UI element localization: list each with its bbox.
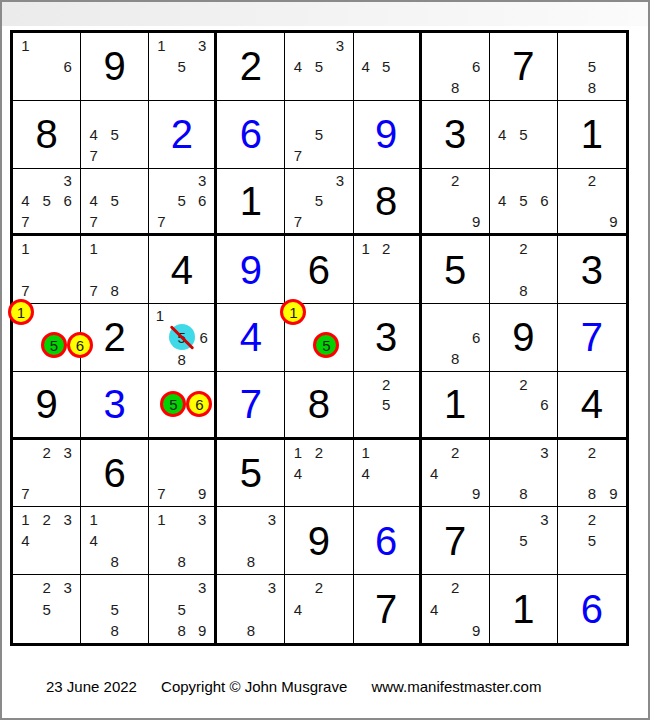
empty-candidate-slot bbox=[41, 358, 67, 369]
candidate-4[interactable]: 4 bbox=[287, 56, 308, 77]
cell-r7c3[interactable]: 79 bbox=[149, 440, 217, 508]
empty-candidate-slot bbox=[125, 598, 146, 619]
footer-website[interactable]: www.manifestmaster.com bbox=[371, 678, 541, 695]
cell-r4c1[interactable]: 17 bbox=[13, 236, 81, 304]
cell-r3c8[interactable]: 456 bbox=[490, 169, 558, 237]
candidate-9[interactable]: 9 bbox=[466, 620, 487, 641]
cell-r1c3[interactable]: 135 bbox=[149, 33, 217, 101]
empty-candidate-slot bbox=[67, 306, 93, 332]
cell-r5c5[interactable]: 15 bbox=[285, 304, 353, 372]
solved-digit: 6 bbox=[240, 114, 262, 154]
candidate-6-circled-yellow[interactable]: 6 bbox=[186, 391, 212, 417]
empty-candidate-slot bbox=[125, 259, 146, 280]
cell-r4c5[interactable]: 6 bbox=[285, 236, 353, 304]
cell-r3c5[interactable]: 357 bbox=[285, 169, 353, 237]
empty-candidate-slot bbox=[356, 484, 376, 505]
given-digit: 1 bbox=[240, 181, 262, 221]
candidate-3[interactable]: 3 bbox=[330, 35, 351, 56]
cell-r9c3[interactable]: 3589 bbox=[149, 575, 217, 643]
given-digit: 7 bbox=[444, 521, 466, 561]
candidate-8[interactable]: 8 bbox=[240, 620, 261, 641]
candidate-3[interactable]: 3 bbox=[261, 509, 282, 530]
cell-r8c6[interactable]: 6 bbox=[354, 507, 422, 575]
candidate-5-circled-green[interactable]: 5 bbox=[41, 332, 67, 358]
cell-r2c8[interactable]: 45 bbox=[490, 101, 558, 169]
cell-r1c6[interactable]: 45 bbox=[354, 33, 422, 101]
candidate-4[interactable]: 4 bbox=[15, 530, 36, 551]
candidate-5[interactable]: 5 bbox=[36, 598, 57, 619]
cell-r4c3[interactable]: 4 bbox=[149, 236, 217, 304]
empty-candidate-slot bbox=[36, 530, 57, 551]
candidate-1[interactable]: 1 bbox=[15, 238, 36, 259]
empty-candidate-slot bbox=[125, 211, 146, 231]
candidate-8[interactable]: 8 bbox=[445, 348, 466, 369]
cell-r8c1[interactable]: 1234 bbox=[13, 507, 81, 575]
cell-r4c2[interactable]: 178 bbox=[81, 236, 149, 304]
candidate-1[interactable]: 1 bbox=[287, 442, 308, 463]
candidate-8[interactable]: 8 bbox=[104, 551, 125, 572]
cell-r4c4[interactable]: 9 bbox=[217, 236, 285, 304]
empty-candidate-slot bbox=[287, 484, 308, 505]
empty-candidate-slot bbox=[151, 620, 171, 641]
candidate-6[interactable]: 6 bbox=[195, 324, 213, 350]
empty-candidate-slot bbox=[445, 191, 466, 211]
cell-r5c1[interactable]: 156 bbox=[13, 304, 81, 372]
empty-candidate-slot bbox=[36, 211, 57, 231]
empty-candidate-slot bbox=[396, 463, 416, 484]
cell-r3c1[interactable]: 34567 bbox=[13, 169, 81, 237]
candidate-8[interactable]: 8 bbox=[240, 551, 261, 572]
cell-r8c3[interactable]: 138 bbox=[149, 507, 217, 575]
candidate-4[interactable]: 4 bbox=[492, 124, 513, 145]
empty-candidate-slot bbox=[330, 598, 351, 619]
candidate-4[interactable]: 4 bbox=[287, 598, 308, 619]
cell-r8c9[interactable]: 25 bbox=[558, 507, 626, 575]
empty-candidate-slot bbox=[83, 598, 104, 619]
candidate-8[interactable]: 8 bbox=[169, 350, 195, 368]
candidate-5[interactable]: 5 bbox=[513, 530, 534, 551]
candidate-3[interactable]: 3 bbox=[57, 509, 78, 530]
empty-candidate-slot bbox=[534, 463, 555, 484]
empty-candidate-slot bbox=[195, 306, 213, 324]
cell-r6c1[interactable]: 9 bbox=[13, 372, 81, 440]
cell-r2c5[interactable]: 57 bbox=[285, 101, 353, 169]
empty-candidate-slot bbox=[534, 484, 555, 505]
cell-r6c3[interactable]: 56 bbox=[149, 372, 217, 440]
cell-r6c6[interactable]: 25 bbox=[354, 372, 422, 440]
pencil-marks: 34567 bbox=[15, 171, 78, 232]
cell-r9c7[interactable]: 249 bbox=[422, 575, 490, 643]
empty-candidate-slot bbox=[581, 551, 602, 572]
pencil-marks: 38 bbox=[492, 442, 555, 505]
candidate-4[interactable]: 4 bbox=[83, 191, 104, 211]
candidate-2[interactable]: 2 bbox=[36, 442, 57, 463]
empty-candidate-slot bbox=[376, 280, 396, 301]
candidate-3[interactable]: 3 bbox=[192, 577, 212, 598]
empty-candidate-slot bbox=[192, 598, 212, 619]
empty-candidate-slot bbox=[396, 238, 416, 259]
candidate-7[interactable]: 7 bbox=[151, 484, 171, 505]
cell-r7c5[interactable]: 124 bbox=[285, 440, 353, 508]
candidate-5[interactable]: 5 bbox=[376, 56, 396, 77]
cell-r1c9[interactable]: 58 bbox=[558, 33, 626, 101]
empty-candidate-slot bbox=[308, 463, 329, 484]
empty-candidate-slot bbox=[195, 350, 213, 368]
candidate-8[interactable]: 8 bbox=[445, 77, 466, 98]
cell-r1c2[interactable]: 9 bbox=[81, 33, 149, 101]
candidate-8[interactable]: 8 bbox=[513, 484, 534, 505]
empty-candidate-slot bbox=[83, 103, 104, 124]
cell-r1c1[interactable]: 16 bbox=[13, 33, 81, 101]
cell-r2c2[interactable]: 457 bbox=[81, 101, 149, 169]
empty-candidate-slot bbox=[287, 620, 308, 641]
candidate-3[interactable]: 3 bbox=[261, 577, 282, 598]
cell-r3c7[interactable]: 29 bbox=[422, 169, 490, 237]
candidate-1[interactable]: 1 bbox=[356, 238, 376, 259]
candidate-7[interactable]: 7 bbox=[15, 484, 36, 505]
candidate-4[interactable]: 4 bbox=[356, 56, 376, 77]
candidate-3[interactable]: 3 bbox=[57, 442, 78, 463]
candidate-6[interactable]: 6 bbox=[534, 191, 555, 211]
empty-candidate-slot bbox=[15, 463, 36, 484]
given-digit: 3 bbox=[375, 317, 397, 357]
candidate-6[interactable]: 6 bbox=[534, 394, 555, 414]
cell-r5c3[interactable]: 1568 bbox=[149, 304, 217, 372]
candidate-5[interactable]: 5 bbox=[172, 598, 192, 619]
candidate-6-circled-yellow[interactable]: 6 bbox=[67, 332, 93, 358]
cell-r9c2[interactable]: 58 bbox=[81, 575, 149, 643]
cell-r4c9[interactable]: 3 bbox=[558, 236, 626, 304]
cell-r7c2[interactable]: 6 bbox=[81, 440, 149, 508]
empty-candidate-slot bbox=[125, 238, 146, 259]
footer-date: 23 June 2022 bbox=[46, 678, 137, 695]
empty-candidate-slot bbox=[513, 414, 534, 434]
candidate-2[interactable]: 2 bbox=[308, 577, 329, 598]
candidate-6[interactable]: 6 bbox=[466, 56, 487, 77]
candidate-3[interactable]: 3 bbox=[192, 35, 212, 56]
empty-candidate-slot bbox=[15, 259, 36, 280]
empty-candidate-slot bbox=[104, 211, 125, 231]
candidate-6[interactable]: 6 bbox=[466, 327, 487, 348]
cell-r7c1[interactable]: 237 bbox=[13, 440, 81, 508]
cell-r8c2[interactable]: 148 bbox=[81, 507, 149, 575]
empty-candidate-slot bbox=[466, 171, 487, 191]
candidate-2[interactable]: 2 bbox=[36, 577, 57, 598]
cell-r7c6[interactable]: 14 bbox=[354, 440, 422, 508]
candidate-5-circled-green[interactable]: 5 bbox=[160, 391, 186, 417]
pencil-marks: 15 bbox=[287, 306, 350, 369]
candidate-7[interactable]: 7 bbox=[15, 211, 36, 231]
cell-r2c9[interactable]: 1 bbox=[558, 101, 626, 169]
candidate-1-circled-yellow[interactable]: 1 bbox=[8, 299, 34, 325]
empty-candidate-slot bbox=[125, 280, 146, 301]
candidate-1-circled-yellow[interactable]: 1 bbox=[280, 299, 306, 325]
empty-candidate-slot bbox=[192, 530, 212, 551]
empty-candidate-slot bbox=[445, 484, 466, 505]
candidate-5[interactable]: 5 bbox=[308, 124, 329, 145]
given-digit: 1 bbox=[444, 384, 466, 424]
candidate-5[interactable]: 5 bbox=[104, 598, 125, 619]
candidate-9[interactable]: 9 bbox=[466, 484, 487, 505]
empty-candidate-slot bbox=[492, 551, 513, 572]
candidate-1[interactable]: 1 bbox=[356, 442, 376, 463]
candidate-5[interactable]: 5 bbox=[36, 191, 57, 211]
cell-r1c7[interactable]: 68 bbox=[422, 33, 490, 101]
empty-candidate-slot bbox=[36, 259, 57, 280]
candidate-4[interactable]: 4 bbox=[356, 463, 376, 484]
candidate-3[interactable]: 3 bbox=[534, 442, 555, 463]
cell-r1c4[interactable]: 2 bbox=[217, 33, 285, 101]
candidate-1[interactable]: 1 bbox=[83, 238, 104, 259]
candidate-4[interactable]: 4 bbox=[287, 463, 308, 484]
candidate-7[interactable]: 7 bbox=[83, 280, 104, 301]
empty-candidate-slot bbox=[466, 348, 487, 369]
cell-r3c4[interactable]: 1 bbox=[217, 169, 285, 237]
empty-candidate-slot bbox=[287, 358, 313, 369]
candidate-1[interactable]: 1 bbox=[15, 35, 36, 56]
candidate-2[interactable]: 2 bbox=[376, 238, 396, 259]
empty-candidate-slot bbox=[308, 211, 329, 231]
candidate-6[interactable]: 6 bbox=[57, 191, 78, 211]
cell-r2c3[interactable]: 2 bbox=[149, 101, 217, 169]
empty-candidate-slot bbox=[125, 145, 146, 166]
cell-r8c4[interactable]: 38 bbox=[217, 507, 285, 575]
candidate-2[interactable]: 2 bbox=[581, 171, 602, 191]
empty-candidate-slot bbox=[534, 211, 555, 231]
empty-candidate-slot bbox=[240, 509, 261, 530]
empty-candidate-slot bbox=[513, 103, 534, 124]
candidate-1[interactable]: 1 bbox=[151, 306, 169, 324]
empty-candidate-slot bbox=[36, 171, 57, 191]
candidate-3[interactable]: 3 bbox=[330, 171, 351, 191]
candidate-5[interactable]: 5 bbox=[308, 191, 329, 211]
candidate-5[interactable]: 5 bbox=[104, 124, 125, 145]
candidate-2[interactable]: 2 bbox=[581, 509, 602, 530]
pencil-marks: 58 bbox=[83, 577, 146, 641]
pencil-marks: 289 bbox=[560, 442, 624, 505]
cell-r6c5[interactable]: 8 bbox=[285, 372, 353, 440]
candidate-1[interactable]: 1 bbox=[15, 509, 36, 530]
cell-r3c9[interactable]: 29 bbox=[558, 169, 626, 237]
candidate-9[interactable]: 9 bbox=[603, 211, 624, 231]
cell-r3c2[interactable]: 457 bbox=[81, 169, 149, 237]
cell-r8c7[interactable]: 7 bbox=[422, 507, 490, 575]
empty-candidate-slot bbox=[287, 332, 313, 358]
candidate-5[interactable]: 5 bbox=[581, 530, 602, 551]
cell-r2c7[interactable]: 3 bbox=[422, 101, 490, 169]
candidate-3[interactable]: 3 bbox=[192, 509, 212, 530]
cell-r2c1[interactable]: 8 bbox=[13, 101, 81, 169]
empty-candidate-slot bbox=[57, 211, 78, 231]
empty-candidate-slot bbox=[534, 171, 555, 191]
candidate-5-circled-green[interactable]: 5 bbox=[313, 332, 339, 358]
candidate-1[interactable]: 1 bbox=[151, 509, 171, 530]
candidate-1[interactable]: 1 bbox=[83, 509, 104, 530]
cell-r5c8[interactable]: 9 bbox=[490, 304, 558, 372]
candidate-8[interactable]: 8 bbox=[104, 620, 125, 641]
empty-candidate-slot bbox=[534, 145, 555, 166]
cell-r7c9[interactable]: 289 bbox=[558, 440, 626, 508]
given-digit: 7 bbox=[512, 46, 534, 86]
candidate-7[interactable]: 7 bbox=[83, 211, 104, 231]
empty-candidate-slot bbox=[36, 484, 57, 505]
window-top-strip bbox=[2, 2, 648, 26]
candidate-5[interactable]: 5 bbox=[172, 56, 192, 77]
footer-copyright: Copyright © John Musgrave bbox=[161, 678, 347, 695]
candidate-7[interactable]: 7 bbox=[287, 145, 308, 166]
cell-r9c6[interactable]: 7 bbox=[354, 575, 422, 643]
cell-r3c3[interactable]: 3567 bbox=[149, 169, 217, 237]
cell-r9c1[interactable]: 235 bbox=[13, 575, 81, 643]
candidate-9[interactable]: 9 bbox=[192, 484, 212, 505]
candidate-8[interactable]: 8 bbox=[581, 484, 602, 505]
candidate-5[interactable]: 5 bbox=[308, 56, 329, 77]
pencil-marks: 235 bbox=[15, 577, 78, 641]
candidate-5-eliminated[interactable]: 5 bbox=[169, 324, 195, 350]
cell-r6c9[interactable]: 4 bbox=[558, 372, 626, 440]
given-digit: 6 bbox=[308, 250, 330, 290]
cell-r6c8[interactable]: 26 bbox=[490, 372, 558, 440]
cell-r6c7[interactable]: 1 bbox=[422, 372, 490, 440]
empty-candidate-slot bbox=[151, 442, 171, 463]
cell-r9c4[interactable]: 38 bbox=[217, 575, 285, 643]
empty-candidate-slot bbox=[330, 484, 351, 505]
candidate-7[interactable]: 7 bbox=[151, 211, 171, 231]
empty-candidate-slot bbox=[186, 374, 212, 391]
cell-r2c4[interactable]: 6 bbox=[217, 101, 285, 169]
empty-candidate-slot bbox=[560, 442, 581, 463]
cell-r9c5[interactable]: 24 bbox=[285, 575, 353, 643]
empty-candidate-slot bbox=[445, 620, 466, 641]
candidate-8[interactable]: 8 bbox=[581, 77, 602, 98]
candidate-8[interactable]: 8 bbox=[172, 620, 192, 641]
cell-r5c6[interactable]: 3 bbox=[354, 304, 422, 372]
candidate-4[interactable]: 4 bbox=[492, 191, 513, 211]
pencil-marks: 56 bbox=[151, 374, 212, 435]
candidate-8[interactable]: 8 bbox=[513, 280, 534, 301]
cell-r6c2[interactable]: 3 bbox=[81, 372, 149, 440]
empty-candidate-slot bbox=[376, 77, 396, 98]
candidate-2[interactable]: 2 bbox=[581, 442, 602, 463]
candidate-3[interactable]: 3 bbox=[192, 171, 212, 191]
empty-candidate-slot bbox=[104, 259, 125, 280]
empty-candidate-slot bbox=[534, 551, 555, 572]
cell-r5c9[interactable]: 7 bbox=[558, 304, 626, 372]
pencil-marks: 3589 bbox=[151, 577, 212, 641]
empty-candidate-slot bbox=[172, 509, 192, 530]
cell-r8c5[interactable]: 9 bbox=[285, 507, 353, 575]
cell-r8c8[interactable]: 35 bbox=[490, 507, 558, 575]
candidate-6[interactable]: 6 bbox=[192, 191, 212, 211]
candidate-5[interactable]: 5 bbox=[581, 56, 602, 77]
candidate-5[interactable]: 5 bbox=[513, 191, 534, 211]
candidate-2[interactable]: 2 bbox=[513, 238, 534, 259]
cell-r4c8[interactable]: 28 bbox=[490, 236, 558, 304]
empty-candidate-slot bbox=[57, 484, 78, 505]
cell-r6c4[interactable]: 7 bbox=[217, 372, 285, 440]
cell-r7c8[interactable]: 38 bbox=[490, 440, 558, 508]
empty-candidate-slot bbox=[57, 463, 78, 484]
given-digit: 9 bbox=[104, 46, 126, 86]
candidate-2[interactable]: 2 bbox=[513, 374, 534, 394]
cell-r5c7[interactable]: 68 bbox=[422, 304, 490, 372]
candidate-7[interactable]: 7 bbox=[15, 280, 36, 301]
empty-candidate-slot bbox=[560, 191, 581, 211]
candidate-3[interactable]: 3 bbox=[57, 577, 78, 598]
empty-candidate-slot bbox=[57, 35, 78, 56]
candidate-6[interactable]: 6 bbox=[57, 56, 78, 77]
empty-candidate-slot bbox=[15, 442, 36, 463]
solved-digit: 6 bbox=[375, 521, 397, 561]
candidate-1[interactable]: 1 bbox=[151, 35, 171, 56]
candidate-2[interactable]: 2 bbox=[445, 442, 466, 463]
empty-candidate-slot bbox=[424, 577, 445, 598]
candidate-9[interactable]: 9 bbox=[603, 484, 624, 505]
candidate-5[interactable]: 5 bbox=[376, 394, 396, 414]
empty-candidate-slot bbox=[466, 442, 487, 463]
empty-candidate-slot bbox=[603, 77, 624, 98]
cell-r3c6[interactable]: 8 bbox=[354, 169, 422, 237]
candidate-3[interactable]: 3 bbox=[57, 171, 78, 191]
candidate-5[interactable]: 5 bbox=[104, 191, 125, 211]
candidate-8[interactable]: 8 bbox=[104, 280, 125, 301]
empty-candidate-slot bbox=[240, 577, 261, 598]
candidate-2[interactable]: 2 bbox=[376, 374, 396, 394]
cell-r4c7[interactable]: 5 bbox=[422, 236, 490, 304]
empty-candidate-slot bbox=[534, 124, 555, 145]
empty-candidate-slot bbox=[445, 598, 466, 619]
candidate-5[interactable]: 5 bbox=[172, 191, 192, 211]
candidate-7[interactable]: 7 bbox=[83, 145, 104, 166]
candidate-5[interactable]: 5 bbox=[513, 124, 534, 145]
empty-candidate-slot bbox=[492, 280, 513, 301]
candidate-7[interactable]: 7 bbox=[287, 211, 308, 231]
empty-candidate-slot bbox=[151, 374, 160, 391]
candidate-2[interactable]: 2 bbox=[445, 171, 466, 191]
candidate-3[interactable]: 3 bbox=[534, 509, 555, 530]
cell-r2c6[interactable]: 9 bbox=[354, 101, 422, 169]
cell-r1c8[interactable]: 7 bbox=[490, 33, 558, 101]
candidate-2[interactable]: 2 bbox=[308, 442, 329, 463]
candidate-4[interactable]: 4 bbox=[424, 598, 445, 619]
empty-candidate-slot bbox=[192, 442, 212, 463]
empty-candidate-slot bbox=[330, 577, 351, 598]
candidate-4[interactable]: 4 bbox=[424, 463, 445, 484]
cell-r9c8[interactable]: 1 bbox=[490, 575, 558, 643]
solved-digit: 9 bbox=[240, 250, 262, 290]
candidate-8[interactable]: 8 bbox=[172, 551, 192, 572]
cell-r1c5[interactable]: 345 bbox=[285, 33, 353, 101]
candidate-4[interactable]: 4 bbox=[83, 124, 104, 145]
cell-r7c7[interactable]: 249 bbox=[422, 440, 490, 508]
cell-r5c4[interactable]: 4 bbox=[217, 304, 285, 372]
candidate-9[interactable]: 9 bbox=[192, 620, 212, 641]
empty-candidate-slot bbox=[492, 259, 513, 280]
empty-candidate-slot bbox=[356, 414, 376, 434]
candidate-4[interactable]: 4 bbox=[15, 191, 36, 211]
cell-r7c4[interactable]: 5 bbox=[217, 440, 285, 508]
empty-candidate-slot bbox=[492, 374, 513, 394]
candidate-2[interactable]: 2 bbox=[445, 577, 466, 598]
cell-r4c6[interactable]: 12 bbox=[354, 236, 422, 304]
empty-candidate-slot bbox=[151, 417, 160, 434]
cell-r9c9[interactable]: 6 bbox=[558, 575, 626, 643]
empty-candidate-slot bbox=[339, 358, 350, 369]
empty-candidate-slot bbox=[513, 442, 534, 463]
candidate-2[interactable]: 2 bbox=[36, 509, 57, 530]
candidate-4[interactable]: 4 bbox=[83, 530, 104, 551]
candidate-9[interactable]: 9 bbox=[466, 211, 487, 231]
